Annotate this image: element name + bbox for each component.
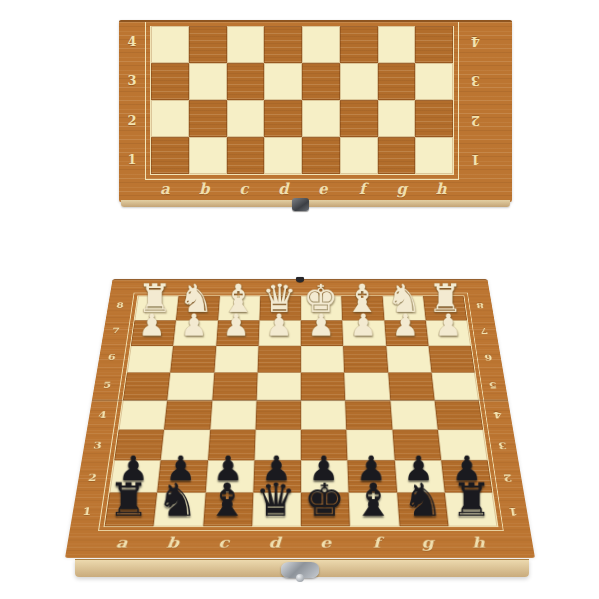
black-knight-b1[interactable]: ♞ [157,477,198,523]
coordinate-label: 3 [93,440,103,450]
folded-square-b4 [189,26,227,63]
folded-square-d1 [264,137,302,174]
coordinate-label: 5 [102,381,111,390]
coordinate-label: 1 [82,506,93,517]
folded-square-f2 [340,100,378,137]
coordinate-label: c [239,180,248,198]
open-file-labels: abcdefgh [95,530,506,554]
piece-cell-g7: ♟ [383,320,427,345]
open-board: 87654321 87654321 abcdefgh ♜♞♝♛♚♝♞♜♟♟♟♟♟… [65,279,535,558]
piece-cell-e5 [300,372,344,400]
piece-cell-d5 [256,372,300,400]
piece-cell-a5 [122,372,170,400]
open-board-zone: 87654321 87654321 abcdefgh ♜♞♝♛♚♝♞♜♟♟♟♟♟… [55,220,545,577]
piece-cell-g5 [387,372,434,400]
piece-cell-a1: ♜ [104,492,157,526]
coordinate-label: 4 [493,410,503,420]
piece-cell-g4 [389,400,437,429]
piece-cell-c7: ♟ [215,320,258,345]
coordinate-label: 1 [127,152,136,167]
folded-square-f3 [340,63,378,100]
folded-board-edge [121,200,510,207]
coordinate-label: 3 [127,73,136,88]
folded-rank-labels-right: 4321 [460,22,492,179]
coordinate-label: 6 [484,353,493,362]
white-pawn-h7[interactable]: ♟ [435,310,462,340]
folded-square-b3 [189,63,227,100]
white-pawn-g7[interactable]: ♟ [392,310,419,340]
black-queen-d1[interactable]: ♛ [255,477,296,523]
coordinate-label: 2 [127,113,136,128]
black-rook-a1[interactable]: ♜ [108,477,149,523]
folded-square-a2 [151,100,189,137]
coordinate-label: 8 [116,301,125,309]
piece-cell-h5 [430,372,478,400]
piece-cell-a7: ♟ [130,320,175,345]
piece-cell-e7: ♟ [300,320,342,345]
folded-square-h4 [415,26,453,63]
piece-cell-e4 [300,400,346,429]
folded-square-a3 [151,63,189,100]
coordinate-label: a [115,534,129,551]
coordinate-label: 4 [471,34,480,49]
folded-square-d3 [264,63,302,100]
folded-file-labels: abcdefgh [145,179,461,199]
white-pawn-a7[interactable]: ♟ [138,310,165,340]
coordinate-label: e [320,534,332,551]
folded-square-e3 [302,63,340,100]
piece-cell-a6 [126,345,172,372]
folded-square-h2 [415,100,453,137]
folded-square-a4 [151,26,189,63]
coordinate-label: e [318,180,328,198]
piece-cell-h4 [433,400,482,429]
piece-cell-c6 [213,345,257,372]
coordinate-label: 2 [87,472,97,483]
coordinate-label: 2 [503,472,513,483]
folded-square-c3 [227,63,265,100]
piece-cell-d1: ♛ [251,492,300,526]
coordinate-label: 4 [98,410,108,420]
piece-cell-c1: ♝ [202,492,252,526]
piece-cell-c5 [211,372,256,400]
folded-square-h3 [415,63,453,100]
folded-board-grid [151,26,453,174]
coordinate-label: d [278,180,289,198]
coordinate-label: b [166,534,180,551]
black-knight-g1[interactable]: ♞ [402,477,443,523]
coordinate-label: 8 [476,301,485,309]
folded-square-e4 [302,26,340,63]
white-pawn-c7[interactable]: ♟ [223,310,250,340]
piece-cell-d7: ♟ [258,320,300,345]
piece-cell-f1: ♝ [348,492,398,526]
folded-square-a1 [151,137,189,174]
coordinate-label: h [436,180,447,198]
folded-square-g3 [378,63,416,100]
coordinate-label: 1 [471,152,480,167]
piece-cell-f7: ♟ [342,320,385,345]
coordinate-label: 1 [508,506,519,517]
piece-cell-g1: ♞ [396,492,448,526]
black-king-e1[interactable]: ♚ [304,477,345,523]
black-rook-h1[interactable]: ♜ [451,477,492,523]
piece-cell-e6 [300,345,343,372]
piece-cell-d6 [257,345,300,372]
hinge-clasp-icon [292,198,309,211]
folded-square-b2 [189,100,227,137]
folded-square-d2 [264,100,302,137]
folded-square-g4 [378,26,416,63]
coordinate-label: f [372,534,381,551]
coordinate-label: c [218,534,230,551]
black-bishop-c1[interactable]: ♝ [206,477,247,523]
white-pawn-f7[interactable]: ♟ [350,310,377,340]
white-pawn-b7[interactable]: ♟ [181,310,208,340]
piece-cell-b1: ♞ [153,492,205,526]
folded-square-e2 [302,100,340,137]
clasp-knob-icon [296,574,304,582]
folded-square-f1 [340,137,378,174]
coordinate-label: 4 [127,34,136,49]
pieces-layer: ♜♞♝♛♚♝♞♜♟♟♟♟♟♟♟♟♟♟♟♟♟♟♟♟♜♞♝♛♚♝♞♜ [104,295,497,525]
coordinate-label: 2 [471,113,480,128]
piece-cell-f4 [344,400,391,429]
coordinate-label: b [199,180,210,198]
folded-square-b1 [189,137,227,174]
piece-cell-e1: ♚ [300,492,349,526]
coordinate-label: d [268,534,281,551]
folded-square-f4 [340,26,378,63]
coordinate-label: h [471,534,486,551]
folded-square-g1 [378,137,416,174]
piece-cell-b7: ♟ [173,320,217,345]
coordinate-label: 6 [107,353,116,362]
coordinate-label: g [420,534,434,551]
folded-square-c1 [227,137,265,174]
piece-cell-b4 [163,400,211,429]
folded-board: 4321 4321 abcdefgh [119,20,512,202]
coordinate-label: 7 [480,326,489,334]
white-pawn-d7[interactable]: ♟ [265,310,292,340]
coordinate-label: 3 [471,73,480,88]
piece-cell-f5 [343,372,388,400]
piece-cell-h7: ♟ [425,320,470,345]
folded-square-c4 [227,26,265,63]
coordinate-label: g [397,180,408,198]
piece-cell-g6 [385,345,430,372]
folded-square-g2 [378,100,416,137]
folded-square-h1 [415,137,453,174]
black-bishop-f1[interactable]: ♝ [353,477,394,523]
piece-cell-f6 [342,345,386,372]
folded-square-e1 [302,137,340,174]
piece-cell-b6 [170,345,215,372]
coordinate-label: a [160,180,170,198]
white-pawn-e7[interactable]: ♟ [308,310,335,340]
piece-cell-h1: ♜ [443,492,496,526]
piece-cell-b5 [167,372,214,400]
piece-cell-d4 [254,400,300,429]
coordinate-label: 5 [488,381,497,390]
folded-square-c2 [227,100,265,137]
coordinate-label: f [359,180,365,198]
coordinate-label: 7 [111,326,120,334]
folded-rank-labels-left: 4321 [119,22,145,179]
piece-cell-a4 [118,400,167,429]
piece-cell-c4 [209,400,256,429]
folded-square-d4 [264,26,302,63]
piece-cell-h6 [427,345,473,372]
coordinate-label: 3 [497,440,507,450]
